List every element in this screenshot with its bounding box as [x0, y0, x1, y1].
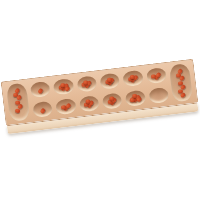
pit-top-4[interactable]: [99, 73, 120, 90]
store-right: [169, 63, 193, 102]
pit-bottom-2[interactable]: [55, 98, 76, 115]
pit-top-3[interactable]: [76, 76, 97, 93]
pit-bottom-6[interactable]: [148, 87, 169, 104]
pit-top-6[interactable]: [146, 68, 167, 85]
seed: [15, 108, 20, 112]
photo-background: [0, 0, 200, 200]
seed: [136, 97, 142, 103]
pit-bottom-3[interactable]: [79, 95, 100, 112]
pit-bottom-1[interactable]: [32, 101, 53, 118]
pit-top-2[interactable]: [53, 79, 74, 96]
seed: [180, 92, 186, 98]
seed: [107, 78, 112, 82]
pit-bottom-4[interactable]: [102, 92, 123, 109]
mancala-board: [1, 59, 200, 135]
seed: [130, 75, 135, 79]
seed: [37, 88, 43, 94]
pit-bottom-5[interactable]: [125, 90, 146, 107]
seed: [40, 107, 46, 113]
seed: [129, 98, 134, 102]
pit-top-5[interactable]: [123, 70, 144, 87]
pit-top-1[interactable]: [30, 81, 51, 98]
store-left: [6, 83, 30, 122]
